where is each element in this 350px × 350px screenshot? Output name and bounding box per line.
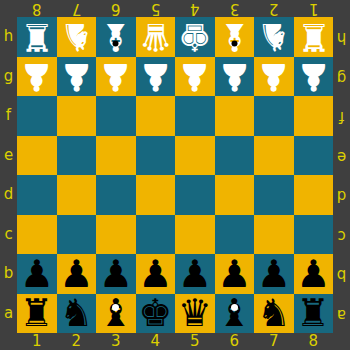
piece-white-pawn[interactable]: ♟ (136, 57, 176, 97)
square-a3[interactable]: ♝ (96, 294, 136, 334)
chess-board: ♜♞♝♛♚♝♞♜♟♟♟♟♟♟♟♟♟♟♟♟♟♟♟♟♜♞♝♚♛♝♞♜ (17, 17, 333, 333)
bottom-coord-label-7: 7 (254, 333, 294, 350)
square-b6[interactable]: ♟ (215, 254, 255, 294)
chess-app-window: 87654321 12345678 hgfedcba hgfedcba ♜♞♝♛… (0, 0, 350, 350)
square-c8[interactable] (294, 215, 334, 255)
square-a7[interactable]: ♞ (254, 294, 294, 334)
square-h7[interactable]: ♞ (254, 17, 294, 57)
square-a4[interactable]: ♚ (136, 294, 176, 334)
bottom-coord-label-5: 5 (175, 333, 215, 350)
piece-black-pawn[interactable]: ♟ (96, 254, 136, 294)
piece-white-pawn[interactable]: ♟ (17, 57, 57, 97)
square-h6[interactable]: ♝ (215, 17, 255, 57)
square-e1[interactable] (17, 136, 57, 176)
right-coord-label-a: a (333, 294, 350, 334)
piece-white-pawn[interactable]: ♟ (254, 57, 294, 97)
square-e8[interactable] (294, 136, 334, 176)
square-a5[interactable]: ♛ (175, 294, 215, 334)
square-d4[interactable] (136, 175, 176, 215)
square-e3[interactable] (96, 136, 136, 176)
square-f6[interactable] (215, 96, 255, 136)
right-coord-label-g: g (333, 57, 350, 97)
square-h3[interactable]: ♝ (96, 17, 136, 57)
square-c2[interactable] (57, 215, 97, 255)
square-d2[interactable] (57, 175, 97, 215)
bottom-coord-label-3: 3 (96, 333, 136, 350)
piece-black-knight[interactable]: ♞ (254, 294, 294, 334)
right-coord-label-d: d (333, 175, 350, 215)
piece-black-pawn[interactable]: ♟ (254, 254, 294, 294)
square-f3[interactable] (96, 96, 136, 136)
square-f2[interactable] (57, 96, 97, 136)
square-h8[interactable]: ♜ (294, 17, 334, 57)
right-coord-label-c: c (333, 215, 350, 255)
square-b5[interactable]: ♟ (175, 254, 215, 294)
square-g4[interactable]: ♟ (136, 57, 176, 97)
square-b3[interactable]: ♟ (96, 254, 136, 294)
piece-white-knight[interactable]: ♞ (57, 17, 97, 57)
bishop-head-dot (231, 40, 237, 46)
bottom-coord-label-6: 6 (215, 333, 255, 350)
square-a8[interactable]: ♜ (294, 294, 334, 334)
left-coord-label-a: a (0, 294, 17, 334)
piece-black-king[interactable]: ♚ (136, 294, 176, 334)
bottom-coordinate-strip: 12345678 (17, 333, 333, 350)
bishop-head-dot (231, 304, 238, 311)
square-g1[interactable]: ♟ (17, 57, 57, 97)
square-f4[interactable] (136, 96, 176, 136)
square-c1[interactable] (17, 215, 57, 255)
bishop-head-dot (113, 40, 119, 46)
square-c6[interactable] (215, 215, 255, 255)
square-a2[interactable]: ♞ (57, 294, 97, 334)
piece-black-pawn[interactable]: ♟ (215, 254, 255, 294)
piece-black-pawn[interactable]: ♟ (294, 254, 334, 294)
square-h2[interactable]: ♞ (57, 17, 97, 57)
right-coord-label-b: b (333, 254, 350, 294)
right-coord-label-f: f (333, 96, 350, 136)
bottom-coord-label-2: 2 (57, 333, 97, 350)
square-c4[interactable] (136, 215, 176, 255)
piece-white-pawn[interactable]: ♟ (175, 57, 215, 97)
piece-black-pawn[interactable]: ♟ (57, 254, 97, 294)
left-coord-label-e: e (0, 136, 17, 176)
square-d7[interactable] (254, 175, 294, 215)
piece-white-bishop[interactable]: ♝ (215, 17, 255, 57)
square-a6[interactable]: ♝ (215, 294, 255, 334)
square-b2[interactable]: ♟ (57, 254, 97, 294)
bishop-head-dot (112, 304, 119, 311)
piece-black-rook[interactable]: ♜ (294, 294, 334, 334)
square-g8[interactable]: ♟ (294, 57, 334, 97)
bottom-coord-label-1: 1 (17, 333, 57, 350)
piece-white-pawn[interactable]: ♟ (96, 57, 136, 97)
square-c7[interactable] (254, 215, 294, 255)
square-d8[interactable] (294, 175, 334, 215)
piece-black-bishop[interactable]: ♝ (215, 294, 255, 334)
square-h4[interactable]: ♛ (136, 17, 176, 57)
square-f1[interactable] (17, 96, 57, 136)
left-coord-label-d: d (0, 175, 17, 215)
piece-black-pawn[interactable]: ♟ (136, 254, 176, 294)
square-f5[interactable] (175, 96, 215, 136)
square-d1[interactable] (17, 175, 57, 215)
square-g2[interactable]: ♟ (57, 57, 97, 97)
bottom-coord-label-8: 8 (294, 333, 334, 350)
square-c5[interactable] (175, 215, 215, 255)
piece-white-pawn[interactable]: ♟ (215, 57, 255, 97)
square-g3[interactable]: ♟ (96, 57, 136, 97)
square-f8[interactable] (294, 96, 334, 136)
square-g7[interactable]: ♟ (254, 57, 294, 97)
bottom-coord-label-4: 4 (136, 333, 176, 350)
left-coord-label-b: b (0, 254, 17, 294)
square-d6[interactable] (215, 175, 255, 215)
square-h5[interactable]: ♚ (175, 17, 215, 57)
piece-black-rook[interactable]: ♜ (17, 294, 57, 334)
right-coordinate-strip: hgfedcba (333, 17, 350, 333)
piece-white-pawn[interactable]: ♟ (294, 57, 334, 97)
square-b7[interactable]: ♟ (254, 254, 294, 294)
piece-white-king[interactable]: ♚ (175, 17, 215, 57)
square-b1[interactable]: ♟ (17, 254, 57, 294)
square-g6[interactable]: ♟ (215, 57, 255, 97)
square-a1[interactable]: ♜ (17, 294, 57, 334)
piece-white-rook[interactable]: ♜ (17, 17, 57, 57)
square-f7[interactable] (254, 96, 294, 136)
piece-white-pawn[interactable]: ♟ (57, 57, 97, 97)
right-coord-label-h: h (333, 17, 350, 57)
square-e4[interactable] (136, 136, 176, 176)
piece-black-pawn[interactable]: ♟ (175, 254, 215, 294)
square-g5[interactable]: ♟ (175, 57, 215, 97)
right-coord-label-e: e (333, 136, 350, 176)
square-e5[interactable] (175, 136, 215, 176)
square-h1[interactable]: ♜ (17, 17, 57, 57)
piece-white-rook[interactable]: ♜ (294, 17, 334, 57)
piece-white-knight[interactable]: ♞ (254, 17, 294, 57)
left-coord-label-f: f (0, 96, 17, 136)
piece-black-queen[interactable]: ♛ (175, 294, 215, 334)
square-e2[interactable] (57, 136, 97, 176)
left-coord-label-h: h (0, 17, 17, 57)
square-b4[interactable]: ♟ (136, 254, 176, 294)
piece-black-knight[interactable]: ♞ (57, 294, 97, 334)
square-d3[interactable] (96, 175, 136, 215)
left-coordinate-strip: hgfedcba (0, 17, 17, 333)
left-coord-label-g: g (0, 57, 17, 97)
left-coord-label-c: c (0, 215, 17, 255)
piece-black-pawn[interactable]: ♟ (17, 254, 57, 294)
square-b8[interactable]: ♟ (294, 254, 334, 294)
piece-white-bishop[interactable]: ♝ (96, 17, 136, 57)
square-c3[interactable] (96, 215, 136, 255)
square-e7[interactable] (254, 136, 294, 176)
square-d5[interactable] (175, 175, 215, 215)
square-e6[interactable] (215, 136, 255, 176)
piece-white-queen[interactable]: ♛ (136, 17, 176, 57)
piece-black-bishop[interactable]: ♝ (96, 294, 136, 334)
